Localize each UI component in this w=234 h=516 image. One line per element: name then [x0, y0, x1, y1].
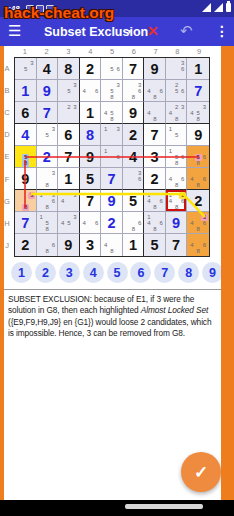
- cell-A9[interactable]: 1: [187, 58, 209, 80]
- cell-H2[interactable]: 158: [37, 212, 59, 234]
- candidate-H4-4: 4: [81, 220, 88, 227]
- candidate-H4-6: 6: [93, 220, 100, 227]
- given-digit-E3: 7: [58, 146, 79, 167]
- cell-J3[interactable]: 9: [58, 234, 80, 256]
- given-digit-D9: 9: [187, 124, 209, 145]
- cell-D5[interactable]: 13: [101, 124, 123, 146]
- entered-digit-F5: 7: [101, 168, 122, 189]
- candidate-E5-6: 6: [115, 154, 122, 161]
- cell-G4[interactable]: 7: [80, 190, 102, 212]
- cell-E9[interactable]: 568: [187, 146, 209, 168]
- cell-A3[interactable]: 8: [58, 58, 80, 80]
- battery-icon: [226, 3, 231, 12]
- candidate-G1-3: 3: [28, 192, 35, 199]
- cell-A8[interactable]: 36: [166, 58, 188, 80]
- given-digit-E7: 3: [144, 146, 165, 167]
- number-button-8[interactable]: 8: [178, 262, 199, 283]
- cell-C7[interactable]: 48: [144, 102, 166, 124]
- given-digit-A7: 9: [144, 58, 165, 79]
- given-digit-F4: 5: [80, 168, 101, 189]
- candidate-J9-8: 8: [195, 248, 202, 255]
- cell-E4[interactable]: 9: [80, 146, 102, 168]
- candidate-B3-5: 5: [65, 88, 72, 95]
- cell-B7[interactable]: 468: [144, 80, 166, 102]
- cell-F8[interactable]: 468: [166, 168, 188, 190]
- column-label-9: 9: [188, 47, 210, 57]
- cell-C6[interactable]: 9: [123, 102, 145, 124]
- number-button-6[interactable]: 6: [130, 262, 151, 283]
- candidate-B8-6: 6: [179, 88, 186, 95]
- given-digit-G9: 2: [187, 190, 209, 211]
- cell-F5[interactable]: 7: [101, 168, 123, 190]
- cell-J9[interactable]: 468: [187, 234, 209, 256]
- entered-digit-B2: 9: [37, 80, 58, 101]
- given-digit-C6: 9: [123, 102, 144, 123]
- entered-digit-D4: 8: [80, 124, 101, 145]
- cell-J6[interactable]: 1: [123, 234, 145, 256]
- candidate-B7-8: 8: [152, 94, 159, 101]
- candidate-F8-6: 6: [179, 176, 186, 183]
- entered-digit-G5: 9: [101, 190, 122, 211]
- candidate-C7-8: 8: [152, 116, 159, 123]
- candidate-H7-8: 8: [152, 226, 159, 233]
- given-digit-C1: 6: [15, 102, 36, 123]
- cell-F3[interactable]: 1: [58, 168, 80, 190]
- given-digit-E4: 9: [80, 146, 101, 167]
- candidate-E5-1: 1: [102, 148, 109, 155]
- given-digit-J3: 9: [58, 234, 79, 256]
- candidate-G3-3: 3: [72, 192, 79, 199]
- app-screen: hack-cheat.org 9:48 ☰ Subset Exclusion ▼…: [0, 0, 234, 516]
- cell-H1[interactable]: 7: [15, 212, 37, 234]
- cell-F4[interactable]: 5: [80, 168, 102, 190]
- cell-G2[interactable]: 1368: [37, 190, 59, 212]
- cell-H8[interactable]: 9: [166, 212, 188, 234]
- cell-H7[interactable]: 1468: [144, 212, 166, 234]
- given-digit-A6: 7: [123, 58, 144, 79]
- candidate-C9-3: 3: [201, 104, 208, 111]
- candidate-H2-8: 8: [44, 226, 51, 233]
- cell-C8[interactable]: 2348: [166, 102, 188, 124]
- cell-C9[interactable]: 3458: [187, 102, 209, 124]
- candidate-B5-3: 3: [115, 82, 122, 89]
- candidate-H6-6: 6: [136, 220, 143, 227]
- number-button-4[interactable]: 4: [83, 262, 104, 283]
- column-label-4: 4: [79, 47, 101, 57]
- entered-digit-B1: 1: [15, 80, 36, 101]
- cell-H4[interactable]: 46: [80, 212, 102, 234]
- cell-B1[interactable]: 1: [15, 80, 37, 102]
- candidate-D5-3: 3: [115, 126, 122, 133]
- cell-E2[interactable]: 2: [37, 146, 59, 168]
- cell-A5[interactable]: 56: [101, 58, 123, 80]
- candidate-G8-8: 8: [173, 204, 180, 211]
- candidate-E8-6: 6: [179, 154, 186, 161]
- cell-C4[interactable]: 1: [80, 102, 102, 124]
- cell-A1[interactable]: 35: [15, 58, 37, 80]
- column-label-8: 8: [166, 47, 188, 57]
- cell-B3[interactable]: 35: [58, 80, 80, 102]
- given-digit-J7: 5: [144, 234, 165, 256]
- cell-G6[interactable]: 5: [123, 190, 145, 212]
- candidate-F2-3: 3: [50, 170, 57, 177]
- chevron-down-icon[interactable]: ▼: [126, 28, 133, 35]
- cell-J1[interactable]: 2: [15, 234, 37, 256]
- cell-G9[interactable]: 2: [187, 190, 209, 212]
- cell-E6[interactable]: 4: [123, 146, 145, 168]
- apply-hint-fab[interactable]: ✓: [181, 452, 221, 492]
- cell-D8[interactable]: 15: [166, 124, 188, 146]
- candidate-G7-8: 8: [152, 204, 159, 211]
- candidate-H7-6: 6: [158, 220, 165, 227]
- entered-digit-H8: 9: [166, 212, 187, 233]
- cell-F1[interactable]: 9: [15, 168, 37, 190]
- cell-J8[interactable]: 7: [166, 234, 188, 256]
- candidate-G7-6: 6: [158, 198, 165, 205]
- undo-icon[interactable]: ↶: [180, 22, 193, 40]
- given-digit-F3: 1: [58, 168, 79, 189]
- candidate-B6-6: 6: [136, 88, 143, 95]
- cell-D4[interactable]: 8: [80, 124, 102, 146]
- given-digit-A4: 2: [80, 58, 101, 79]
- explanation-divider: [4, 289, 221, 290]
- candidate-D8-5: 5: [173, 132, 180, 139]
- number-button-7[interactable]: 7: [154, 262, 175, 283]
- cell-D1[interactable]: 4: [15, 124, 37, 146]
- cell-F9[interactable]: 468: [187, 168, 209, 190]
- number-button-3[interactable]: 3: [59, 262, 80, 283]
- cell-J5[interactable]: 48: [101, 234, 123, 256]
- candidate-H3-3: 3: [72, 214, 79, 221]
- candidate-B4-4: 4: [81, 88, 88, 95]
- candidate-C8-8: 8: [173, 116, 180, 123]
- given-digit-A2: 4: [37, 58, 58, 79]
- column-labels: 123456789: [14, 47, 210, 57]
- given-digit-D3: 6: [58, 124, 79, 145]
- column-label-2: 2: [36, 47, 58, 57]
- cell-G5[interactable]: 9: [101, 190, 123, 212]
- candidate-G3-4: 4: [59, 198, 66, 205]
- candidate-F9-6: 6: [201, 176, 208, 183]
- given-digit-C4: 1: [80, 102, 101, 123]
- candidate-B6-8: 8: [130, 94, 137, 101]
- candidate-G8-6: 6: [179, 198, 186, 205]
- cell-E7[interactable]: 3: [144, 146, 166, 168]
- candidate-F2-8: 8: [44, 182, 51, 189]
- cell-B9[interactable]: 7: [187, 80, 209, 102]
- candidate-G1-8: 8: [22, 204, 29, 211]
- cell-A7[interactable]: 9: [144, 58, 166, 80]
- number-button-1[interactable]: 1: [11, 262, 32, 283]
- cell-B6[interactable]: 368: [123, 80, 145, 102]
- candidate-A5-6: 6: [115, 66, 122, 73]
- cell-E8[interactable]: 1568: [166, 146, 188, 168]
- candidate-G2-6: 6: [50, 198, 57, 205]
- candidate-F6-6: 6: [136, 176, 143, 183]
- candidate-F8-8: 8: [173, 182, 180, 189]
- cell-D7[interactable]: 7: [144, 124, 166, 146]
- candidate-C9-8: 8: [195, 116, 202, 123]
- candidate-J9-6: 6: [201, 242, 208, 249]
- overflow-menu-icon[interactable]: ⋮: [215, 23, 229, 39]
- entered-digit-C2: 7: [37, 102, 58, 123]
- given-digit-J1: 2: [15, 234, 36, 256]
- cell-D3[interactable]: 6: [58, 124, 80, 146]
- cell-G7[interactable]: 1468: [144, 190, 166, 212]
- given-digit-D6: 2: [123, 124, 144, 145]
- given-digit-J4: 3: [80, 234, 101, 256]
- candidate-F9-8: 8: [195, 182, 202, 189]
- candidate-E1-8: 8: [22, 160, 29, 167]
- candidate-H3-5: 5: [65, 220, 72, 227]
- candidate-J5-8: 8: [108, 248, 115, 255]
- column-label-5: 5: [101, 47, 123, 57]
- cell-J2[interactable]: 68: [37, 234, 59, 256]
- candidate-H6-8: 8: [130, 226, 137, 233]
- cell-B5[interactable]: 358: [101, 80, 123, 102]
- candidate-J2-6: 6: [50, 242, 57, 249]
- cell-E3[interactable]: 7: [58, 146, 80, 168]
- watermark-text: hack-cheat.org: [4, 4, 114, 22]
- given-digit-D7: 7: [144, 124, 165, 145]
- frame-border-left: [0, 46, 4, 500]
- cell-H6[interactable]: 68: [123, 212, 145, 234]
- candidate-E9-6: 6: [201, 154, 208, 161]
- entered-digit-H5: 2: [101, 212, 122, 233]
- entered-digit-B9: 7: [187, 80, 209, 101]
- signal-icon: [214, 3, 223, 12]
- sudoku-grid: 3548256793611935463583684682567672314589…: [14, 57, 210, 257]
- wifi-icon: [202, 3, 211, 12]
- navigation-bar: [0, 500, 234, 516]
- column-label-6: 6: [123, 47, 145, 57]
- entered-digit-E2: 2: [37, 146, 58, 167]
- nav-gesture-pill[interactable]: [125, 504, 203, 509]
- candidate-J2-8: 8: [44, 248, 51, 255]
- given-digit-F7: 2: [144, 168, 165, 189]
- candidate-C5-8: 8: [108, 116, 115, 123]
- candidate-E9-8: 8: [195, 160, 202, 167]
- candidate-H9-8: 8: [195, 226, 202, 233]
- cell-H3[interactable]: 345: [58, 212, 80, 234]
- cell-J4[interactable]: 3: [80, 234, 102, 256]
- candidate-C3-3: 3: [72, 104, 79, 111]
- frame-border-right: [221, 46, 234, 500]
- explanation-text-post: ({E9,F9,H9,J9} en {G1}) would loose 2 ca…: [8, 317, 211, 338]
- cell-A2[interactable]: 4: [37, 58, 59, 80]
- number-button-5[interactable]: 5: [107, 262, 128, 283]
- candidate-D2-3: 3: [50, 126, 57, 133]
- entered-digit-H1: 7: [15, 212, 36, 233]
- given-digit-A3: 8: [58, 58, 79, 79]
- entered-digit-D1: 4: [15, 124, 36, 145]
- given-digit-G6: 5: [123, 190, 144, 211]
- cell-C3[interactable]: 23: [58, 102, 80, 124]
- candidate-G2-8: 8: [44, 204, 51, 211]
- given-digit-E6: 4: [123, 146, 144, 167]
- candidate-E8-8: 8: [173, 160, 180, 167]
- hamburger-menu-icon[interactable]: ☰: [8, 22, 21, 40]
- cell-B2[interactable]: 9: [37, 80, 59, 102]
- cell-F2[interactable]: 38: [37, 168, 59, 190]
- close-icon[interactable]: ✕: [147, 23, 159, 39]
- cell-A6[interactable]: 7: [123, 58, 145, 80]
- given-digit-J6: 1: [123, 234, 144, 256]
- cell-B8[interactable]: 256: [166, 80, 188, 102]
- candidate-D2-5: 5: [44, 132, 51, 139]
- number-button-2[interactable]: 2: [35, 262, 56, 283]
- cell-J7[interactable]: 5: [144, 234, 166, 256]
- cell-H9[interactable]: 3468: [187, 212, 209, 234]
- given-digit-G4: 7: [80, 190, 101, 211]
- number-button-row: 123456789: [11, 262, 223, 283]
- candidate-B5-8: 8: [108, 94, 115, 101]
- candidate-B3-3: 3: [72, 82, 79, 89]
- hint-explanation: SUBSET EXCLUSION: because of E1, if 3 we…: [8, 294, 214, 339]
- given-digit-A9: 1: [187, 58, 209, 79]
- candidate-H9-6: 6: [201, 220, 208, 227]
- candidate-A1-3: 3: [28, 60, 35, 67]
- candidate-G2-1: 1: [38, 192, 45, 199]
- given-digit-J8: 7: [166, 234, 187, 256]
- cell-C5[interactable]: 458: [101, 102, 123, 124]
- column-label-3: 3: [58, 47, 80, 57]
- cell-E1[interactable]: 58: [15, 146, 37, 168]
- cell-F6[interactable]: 36: [123, 168, 145, 190]
- given-digit-F1: 9: [15, 168, 36, 189]
- cell-E5[interactable]: 16: [101, 146, 123, 168]
- cell-C1[interactable]: 6: [15, 102, 37, 124]
- check-icon: ✓: [194, 462, 208, 483]
- candidate-B7-6: 6: [158, 88, 165, 95]
- cell-D9[interactable]: 9: [187, 124, 209, 146]
- cell-G1[interactable]: 38: [15, 190, 37, 212]
- column-label-7: 7: [145, 47, 167, 57]
- candidate-C8-3: 3: [179, 104, 186, 111]
- candidate-D5-1: 1: [102, 126, 109, 133]
- cell-G8[interactable]: 13468: [166, 190, 188, 212]
- cell-H5[interactable]: 2: [101, 212, 123, 234]
- number-button-9[interactable]: 9: [202, 262, 223, 283]
- candidate-B4-6: 6: [93, 88, 100, 95]
- cell-D6[interactable]: 2: [123, 124, 145, 146]
- explanation-text-italic: Almost Locked Set: [141, 305, 208, 315]
- cell-D2[interactable]: 35: [37, 124, 59, 146]
- cell-G3[interactable]: 34: [58, 190, 80, 212]
- candidate-A1-5: 5: [22, 66, 29, 73]
- column-label-1: 1: [14, 47, 36, 57]
- cell-F7[interactable]: 2: [144, 168, 166, 190]
- cell-C2[interactable]: 7: [37, 102, 59, 124]
- cell-A4[interactable]: 2: [80, 58, 102, 80]
- candidate-A8-6: 6: [179, 66, 186, 73]
- cell-B4[interactable]: 46: [80, 80, 102, 102]
